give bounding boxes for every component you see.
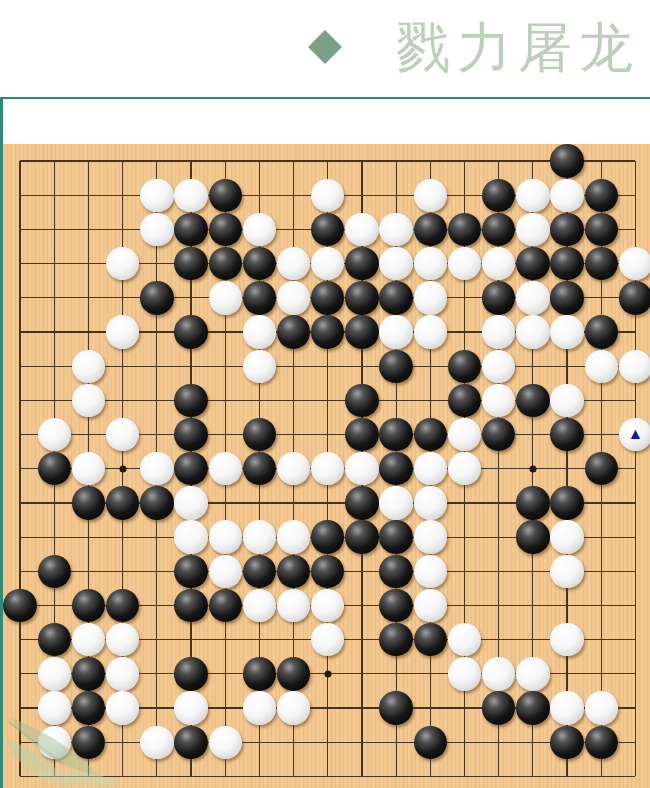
board-cell[interactable]: [618, 623, 650, 657]
board-cell[interactable]: [37, 725, 71, 759]
board-cell[interactable]: [3, 383, 37, 417]
board-cell[interactable]: [242, 725, 276, 759]
board-cell[interactable]: [106, 588, 140, 622]
board-cell[interactable]: [140, 554, 174, 588]
board-cell[interactable]: [242, 383, 276, 417]
board-cell[interactable]: [379, 520, 413, 554]
board-cell[interactable]: [174, 315, 208, 349]
board-cell[interactable]: [174, 247, 208, 281]
board-cell[interactable]: [345, 452, 379, 486]
board-cell[interactable]: [3, 178, 37, 212]
board-cell[interactable]: [140, 178, 174, 212]
board-cell[interactable]: [311, 315, 345, 349]
board-cell[interactable]: [345, 418, 379, 452]
board-cell[interactable]: [516, 144, 550, 178]
board-cell[interactable]: [447, 486, 481, 520]
board-cell[interactable]: [277, 212, 311, 246]
board-cell[interactable]: [242, 691, 276, 725]
board-cell[interactable]: [37, 178, 71, 212]
board-cell[interactable]: [277, 554, 311, 588]
board-cell[interactable]: [584, 212, 618, 246]
board-cell[interactable]: [345, 486, 379, 520]
board-cell[interactable]: [71, 144, 105, 178]
board-cell[interactable]: [516, 520, 550, 554]
board-cell[interactable]: [550, 520, 584, 554]
board-cell[interactable]: [413, 452, 447, 486]
board-cell[interactable]: [106, 418, 140, 452]
board-cell[interactable]: [208, 383, 242, 417]
board-cell[interactable]: [140, 452, 174, 486]
board-cell[interactable]: [277, 486, 311, 520]
board-cell[interactable]: [71, 759, 105, 788]
board-cell[interactable]: [71, 281, 105, 315]
board-cell[interactable]: [71, 623, 105, 657]
board-cell[interactable]: [3, 247, 37, 281]
board-cell[interactable]: [242, 623, 276, 657]
board-cell[interactable]: [277, 418, 311, 452]
board-cell[interactable]: [242, 486, 276, 520]
board-cell[interactable]: [311, 691, 345, 725]
board-cell[interactable]: [550, 486, 584, 520]
board-cell[interactable]: [242, 281, 276, 315]
board-cell[interactable]: [37, 349, 71, 383]
board-cell[interactable]: [208, 178, 242, 212]
board-cell[interactable]: [37, 315, 71, 349]
board-cell[interactable]: [447, 418, 481, 452]
board-cell[interactable]: [413, 247, 447, 281]
board-cell[interactable]: [242, 178, 276, 212]
board-cell[interactable]: [311, 281, 345, 315]
board-cell[interactable]: [379, 588, 413, 622]
board-cell[interactable]: [447, 247, 481, 281]
board-cell[interactable]: [106, 623, 140, 657]
board-cell[interactable]: [37, 691, 71, 725]
board-cell[interactable]: [174, 554, 208, 588]
board-cell[interactable]: [345, 759, 379, 788]
board-cell[interactable]: [242, 588, 276, 622]
board-cell[interactable]: [584, 315, 618, 349]
board-cell[interactable]: [379, 144, 413, 178]
board-cell[interactable]: [174, 178, 208, 212]
board-cell[interactable]: [550, 759, 584, 788]
board-cell[interactable]: [242, 247, 276, 281]
board-cell[interactable]: [345, 178, 379, 212]
board-cell[interactable]: [3, 657, 37, 691]
board-cell[interactable]: [447, 520, 481, 554]
board-cell[interactable]: [174, 691, 208, 725]
board-cell[interactable]: [584, 657, 618, 691]
board-cell[interactable]: [174, 212, 208, 246]
board-cell[interactable]: [379, 452, 413, 486]
board-cell[interactable]: [37, 452, 71, 486]
board-cell[interactable]: [208, 247, 242, 281]
board-cell[interactable]: [174, 657, 208, 691]
board-cell[interactable]: [106, 212, 140, 246]
board-cell[interactable]: [71, 315, 105, 349]
board-cell[interactable]: [413, 281, 447, 315]
board-cell[interactable]: [482, 759, 516, 788]
board-cell[interactable]: [311, 759, 345, 788]
board-cell[interactable]: [482, 349, 516, 383]
board-cell[interactable]: [584, 144, 618, 178]
board-cell[interactable]: [311, 452, 345, 486]
board-cell[interactable]: [550, 315, 584, 349]
board-cell[interactable]: [71, 657, 105, 691]
board-cell[interactable]: [37, 281, 71, 315]
board-cell[interactable]: [447, 383, 481, 417]
board-cell[interactable]: [618, 383, 650, 417]
board-cell[interactable]: [550, 247, 584, 281]
board-cell[interactable]: [311, 247, 345, 281]
board-cell[interactable]: [516, 315, 550, 349]
board-cell[interactable]: [379, 691, 413, 725]
board-cell[interactable]: [3, 349, 37, 383]
board-cell[interactable]: [482, 247, 516, 281]
board-cell[interactable]: [106, 178, 140, 212]
board-cell[interactable]: [208, 657, 242, 691]
board-cell[interactable]: [584, 588, 618, 622]
board-cell[interactable]: [311, 520, 345, 554]
board-cell[interactable]: [379, 315, 413, 349]
board-cell[interactable]: [584, 725, 618, 759]
board-cell[interactable]: [106, 486, 140, 520]
board-cell[interactable]: [584, 349, 618, 383]
board-cell[interactable]: [482, 315, 516, 349]
board-cell[interactable]: [413, 383, 447, 417]
board-cell[interactable]: [3, 588, 37, 622]
board-cell[interactable]: [140, 486, 174, 520]
board-cell[interactable]: [208, 315, 242, 349]
board-cell[interactable]: [447, 554, 481, 588]
board-cell[interactable]: [584, 383, 618, 417]
board-cell[interactable]: [584, 247, 618, 281]
board-cell[interactable]: [516, 554, 550, 588]
board-cell[interactable]: [208, 520, 242, 554]
board-cell[interactable]: [106, 725, 140, 759]
board-cell[interactable]: [174, 144, 208, 178]
board-cell[interactable]: [37, 554, 71, 588]
board-cell[interactable]: [447, 349, 481, 383]
board-cell[interactable]: [379, 418, 413, 452]
board-cell[interactable]: [208, 759, 242, 788]
board-cell[interactable]: [106, 759, 140, 788]
board-cell[interactable]: [516, 452, 550, 486]
board-cell[interactable]: [140, 588, 174, 622]
board-cell[interactable]: [311, 383, 345, 417]
board-cell[interactable]: [140, 725, 174, 759]
board-cell[interactable]: [447, 759, 481, 788]
board-cell[interactable]: [3, 486, 37, 520]
board-cell[interactable]: [345, 281, 379, 315]
board-cell[interactable]: [413, 657, 447, 691]
board-cell[interactable]: [584, 554, 618, 588]
board-cell[interactable]: [482, 725, 516, 759]
board-cell[interactable]: [584, 281, 618, 315]
board-cell[interactable]: [550, 281, 584, 315]
board-cell[interactable]: [242, 144, 276, 178]
board-cell[interactable]: [277, 315, 311, 349]
board-cell[interactable]: [208, 452, 242, 486]
board-cell[interactable]: [140, 383, 174, 417]
board-cell[interactable]: [277, 759, 311, 788]
board-cell[interactable]: [140, 349, 174, 383]
board-cell[interactable]: [618, 247, 650, 281]
board-cell[interactable]: [584, 452, 618, 486]
board-cell[interactable]: [311, 178, 345, 212]
board-cell[interactable]: [311, 349, 345, 383]
board-cell[interactable]: [345, 383, 379, 417]
board-cell[interactable]: [618, 588, 650, 622]
board-cell[interactable]: [37, 588, 71, 622]
board-cell[interactable]: [447, 281, 481, 315]
board-cell[interactable]: [550, 178, 584, 212]
board-cell[interactable]: [3, 691, 37, 725]
board-cell[interactable]: [174, 520, 208, 554]
board-cell[interactable]: [37, 486, 71, 520]
board-cell[interactable]: [447, 623, 481, 657]
board-cell[interactable]: [379, 486, 413, 520]
board-cell[interactable]: [584, 486, 618, 520]
board-cell[interactable]: [516, 247, 550, 281]
board-cell[interactable]: [71, 247, 105, 281]
board-cell[interactable]: [71, 725, 105, 759]
board-cell[interactable]: [516, 281, 550, 315]
board-cell[interactable]: [208, 349, 242, 383]
board-cell[interactable]: [516, 588, 550, 622]
board-cell[interactable]: [277, 691, 311, 725]
board-cell[interactable]: [482, 144, 516, 178]
board-cell[interactable]: [482, 178, 516, 212]
board-cell[interactable]: [242, 452, 276, 486]
board-cell[interactable]: [71, 588, 105, 622]
board-cell[interactable]: [174, 281, 208, 315]
board-cell[interactable]: [584, 691, 618, 725]
board-cell[interactable]: [618, 315, 650, 349]
board-cell[interactable]: [345, 520, 379, 554]
board-cell[interactable]: [618, 349, 650, 383]
board-cell[interactable]: [345, 623, 379, 657]
board-cell[interactable]: [174, 383, 208, 417]
board-cell[interactable]: [37, 383, 71, 417]
board-cell[interactable]: [482, 554, 516, 588]
board-cell[interactable]: [106, 554, 140, 588]
board-cell[interactable]: [482, 623, 516, 657]
board-cell[interactable]: [37, 520, 71, 554]
board-cell[interactable]: [584, 520, 618, 554]
board-cell[interactable]: [516, 657, 550, 691]
board-cell[interactable]: [106, 247, 140, 281]
board-cell[interactable]: [140, 520, 174, 554]
board-cell[interactable]: [516, 383, 550, 417]
board-cell[interactable]: [37, 657, 71, 691]
board-cell[interactable]: [345, 725, 379, 759]
board-cell[interactable]: [242, 349, 276, 383]
board-cell[interactable]: [413, 691, 447, 725]
board-cell[interactable]: [379, 178, 413, 212]
board-cell[interactable]: [550, 691, 584, 725]
board-cell[interactable]: [482, 212, 516, 246]
board-cell[interactable]: ▲: [618, 418, 650, 452]
board-cell[interactable]: [106, 657, 140, 691]
board-cell[interactable]: [311, 212, 345, 246]
board-cell[interactable]: [106, 452, 140, 486]
board-cell[interactable]: [379, 281, 413, 315]
board-cell[interactable]: [345, 349, 379, 383]
board-cell[interactable]: [345, 212, 379, 246]
board-cell[interactable]: [277, 452, 311, 486]
board-cell[interactable]: [482, 657, 516, 691]
board-cell[interactable]: [174, 452, 208, 486]
board-cell[interactable]: [447, 178, 481, 212]
board-cell[interactable]: [447, 452, 481, 486]
board-cell[interactable]: [140, 418, 174, 452]
board-cell[interactable]: [140, 691, 174, 725]
board-cell[interactable]: [277, 623, 311, 657]
board-cell[interactable]: [618, 281, 650, 315]
board-cell[interactable]: [413, 178, 447, 212]
board-cell[interactable]: [106, 691, 140, 725]
board-cell[interactable]: [618, 759, 650, 788]
board-cell[interactable]: [584, 178, 618, 212]
board-cell[interactable]: [550, 212, 584, 246]
board-cell[interactable]: [413, 418, 447, 452]
board-cell[interactable]: [584, 623, 618, 657]
board-cell[interactable]: [3, 452, 37, 486]
board-cell[interactable]: [106, 520, 140, 554]
board-cell[interactable]: [379, 212, 413, 246]
board-cell[interactable]: [71, 178, 105, 212]
board-cell[interactable]: [71, 452, 105, 486]
board-cell[interactable]: [379, 725, 413, 759]
board-cell[interactable]: [379, 657, 413, 691]
board-cell[interactable]: [618, 486, 650, 520]
board-cell[interactable]: [550, 452, 584, 486]
board-cell[interactable]: [618, 554, 650, 588]
board-cell[interactable]: [242, 759, 276, 788]
board-cell[interactable]: [447, 315, 481, 349]
board-cell[interactable]: [3, 144, 37, 178]
board-cell[interactable]: [174, 623, 208, 657]
board-cell[interactable]: [277, 588, 311, 622]
board-cell[interactable]: [413, 315, 447, 349]
board-cell[interactable]: [106, 281, 140, 315]
board-cell[interactable]: [345, 144, 379, 178]
board-cell[interactable]: [140, 759, 174, 788]
board-cell[interactable]: [447, 144, 481, 178]
board-cell[interactable]: [482, 486, 516, 520]
board-cell[interactable]: [106, 315, 140, 349]
board-cell[interactable]: [106, 349, 140, 383]
board-cell[interactable]: [242, 520, 276, 554]
board-cell[interactable]: [3, 315, 37, 349]
board-cell[interactable]: [618, 452, 650, 486]
board-cell[interactable]: [413, 212, 447, 246]
board-cell[interactable]: [447, 657, 481, 691]
board-cell[interactable]: [447, 588, 481, 622]
board-cell[interactable]: [37, 247, 71, 281]
board-cell[interactable]: [208, 554, 242, 588]
board-cell[interactable]: [413, 623, 447, 657]
board-cell[interactable]: [208, 212, 242, 246]
board-cell[interactable]: [345, 315, 379, 349]
board-cell[interactable]: [277, 657, 311, 691]
board-cell[interactable]: [140, 657, 174, 691]
board-cell[interactable]: [516, 212, 550, 246]
board-cell[interactable]: [413, 759, 447, 788]
board-cell[interactable]: [174, 759, 208, 788]
board-cell[interactable]: [311, 554, 345, 588]
board-cell[interactable]: [242, 418, 276, 452]
board-cell[interactable]: [550, 383, 584, 417]
board-cell[interactable]: [618, 520, 650, 554]
board-cell[interactable]: [311, 588, 345, 622]
board-cell[interactable]: [516, 725, 550, 759]
board-cell[interactable]: [447, 212, 481, 246]
board-cell[interactable]: [242, 554, 276, 588]
board-cell[interactable]: [618, 212, 650, 246]
board-cell[interactable]: [311, 725, 345, 759]
board-cell[interactable]: [71, 212, 105, 246]
board-cell[interactable]: [482, 452, 516, 486]
board-cell[interactable]: [516, 759, 550, 788]
board-cell[interactable]: [618, 178, 650, 212]
board-cell[interactable]: [550, 418, 584, 452]
board-cell[interactable]: [618, 691, 650, 725]
board-cell[interactable]: [242, 657, 276, 691]
board-cell[interactable]: [208, 486, 242, 520]
board-cell[interactable]: [345, 247, 379, 281]
board-cell[interactable]: [550, 725, 584, 759]
board-cell[interactable]: [311, 144, 345, 178]
board-cell[interactable]: [482, 418, 516, 452]
board-cell[interactable]: [71, 418, 105, 452]
board-cell[interactable]: [413, 588, 447, 622]
board-cell[interactable]: [277, 383, 311, 417]
board-cell[interactable]: [482, 588, 516, 622]
board-cell[interactable]: [482, 383, 516, 417]
board-cell[interactable]: [242, 315, 276, 349]
board-cell[interactable]: [140, 315, 174, 349]
board-cell[interactable]: [482, 691, 516, 725]
board-cell[interactable]: [37, 623, 71, 657]
board-cell[interactable]: [311, 486, 345, 520]
board-cell[interactable]: [174, 418, 208, 452]
board-cell[interactable]: [3, 418, 37, 452]
board-cell[interactable]: [516, 486, 550, 520]
board-cell[interactable]: [516, 691, 550, 725]
board-cell[interactable]: [277, 144, 311, 178]
board-cell[interactable]: [174, 349, 208, 383]
board-cell[interactable]: [3, 554, 37, 588]
board-cell[interactable]: [71, 520, 105, 554]
board-cell[interactable]: [208, 588, 242, 622]
board-cell[interactable]: [3, 281, 37, 315]
board-cell[interactable]: [242, 212, 276, 246]
board-cell[interactable]: [379, 383, 413, 417]
board-cell[interactable]: [37, 759, 71, 788]
board-cell[interactable]: [3, 623, 37, 657]
board-cell[interactable]: [345, 691, 379, 725]
board-cell[interactable]: [482, 520, 516, 554]
board-cell[interactable]: [516, 178, 550, 212]
board-cell[interactable]: [3, 725, 37, 759]
board-cell[interactable]: [345, 588, 379, 622]
board-cell[interactable]: [3, 759, 37, 788]
board-cell[interactable]: [140, 623, 174, 657]
board-cell[interactable]: [174, 725, 208, 759]
board-cell[interactable]: [516, 418, 550, 452]
board-cell[interactable]: [550, 588, 584, 622]
